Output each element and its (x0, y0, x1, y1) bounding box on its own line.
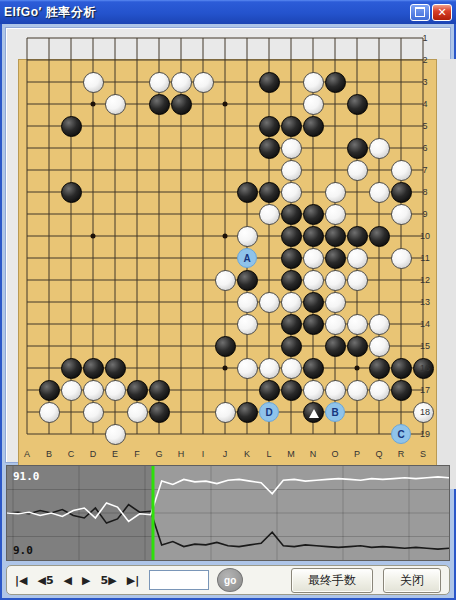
black-stone (149, 94, 170, 115)
row-label-14: 14 (417, 319, 433, 329)
restore-icon (415, 7, 425, 17)
final-moves-button[interactable]: 最终手数 (291, 568, 373, 593)
white-stone (237, 292, 258, 313)
white-stone (325, 270, 346, 291)
column-label-B: B (41, 449, 57, 459)
column-label-K: K (239, 449, 255, 459)
column-label-P: P (349, 449, 365, 459)
star-point (223, 366, 228, 371)
white-stone (303, 380, 324, 401)
column-label-N: N (305, 449, 321, 459)
column-label-G: G (151, 449, 167, 459)
close-dialog-button[interactable]: 关闭 (383, 568, 441, 593)
winrate-bottom-value: 9.0 (13, 544, 33, 557)
black-stone (325, 336, 346, 357)
black-stone (303, 204, 324, 225)
white-stone (391, 160, 412, 181)
row-label-1: 1 (417, 33, 433, 43)
close-button[interactable]: ✕ (432, 4, 452, 21)
black-stone (369, 358, 390, 379)
row-label-7: 7 (417, 165, 433, 175)
row-label-10: 10 (417, 231, 433, 241)
black-stone (281, 204, 302, 225)
black-stone (303, 116, 324, 137)
black-stone (281, 116, 302, 137)
winrate-graph[interactable]: 91.0 9.0 (6, 465, 450, 561)
winrate-curves (7, 466, 449, 560)
white-stone (193, 72, 214, 93)
column-label-C: C (63, 449, 79, 459)
white-stone (303, 94, 324, 115)
winrate-top-value: 91.0 (13, 470, 40, 483)
white-stone (281, 358, 302, 379)
black-stone (347, 226, 368, 247)
last-move-triangle-icon (309, 409, 319, 418)
row-label-19: 19 (417, 429, 433, 439)
black-stone (127, 380, 148, 401)
white-stone (281, 138, 302, 159)
black-stone (303, 402, 324, 423)
black-stone (61, 358, 82, 379)
black-stone (105, 358, 126, 379)
black-stone (149, 380, 170, 401)
black-stone (61, 182, 82, 203)
black-stone (325, 226, 346, 247)
black-stone (215, 336, 236, 357)
row-label-2: 2 (417, 55, 433, 65)
white-stone (105, 94, 126, 115)
black-stone (391, 380, 412, 401)
white-stone (303, 270, 324, 291)
column-label-S: S (415, 449, 431, 459)
black-stone (237, 402, 258, 423)
star-point (223, 234, 228, 239)
black-stone (149, 402, 170, 423)
black-stone (259, 116, 280, 137)
variation-marker-D[interactable]: D (259, 402, 279, 422)
move-number-input[interactable] (149, 570, 209, 590)
row-label-4: 4 (417, 99, 433, 109)
close-icon: ✕ (437, 6, 446, 19)
white-stone (391, 248, 412, 269)
black-stone (303, 226, 324, 247)
restore-button[interactable] (410, 4, 430, 21)
white-stone (369, 314, 390, 335)
black-stone (391, 358, 412, 379)
column-label-O: O (327, 449, 343, 459)
column-label-A: A (19, 449, 35, 459)
star-point (91, 102, 96, 107)
white-stone (83, 380, 104, 401)
white-stone (237, 314, 258, 335)
white-stone (281, 292, 302, 313)
window-title: ElfGo′ 胜率分析 (4, 4, 408, 21)
column-label-I: I (195, 449, 211, 459)
row-label-6: 6 (417, 143, 433, 153)
nav-fwd5-button[interactable]: 5▶ (101, 574, 117, 587)
column-label-J: J (217, 449, 233, 459)
black-stone (303, 358, 324, 379)
white-stone (215, 270, 236, 291)
white-stone (83, 402, 104, 423)
white-stone (325, 292, 346, 313)
variation-marker-A[interactable]: A (237, 248, 257, 268)
black-stone (325, 72, 346, 93)
row-label-5: 5 (417, 121, 433, 131)
row-label-12: 12 (417, 275, 433, 285)
white-stone (259, 358, 280, 379)
star-point (91, 234, 96, 239)
white-stone (237, 226, 258, 247)
variation-marker-B[interactable]: B (325, 402, 345, 422)
star-point (223, 102, 228, 107)
white-stone (347, 380, 368, 401)
row-label-3: 3 (417, 77, 433, 87)
black-stone (281, 248, 302, 269)
white-stone (171, 72, 192, 93)
white-stone (105, 380, 126, 401)
white-stone (281, 182, 302, 203)
nav-fwd1-button[interactable]: ▶ (82, 574, 90, 587)
column-label-H: H (173, 449, 189, 459)
white-stone (105, 424, 126, 445)
white-stone (347, 160, 368, 181)
row-label-8: 8 (417, 187, 433, 197)
black-stone (39, 380, 60, 401)
column-label-R: R (393, 449, 409, 459)
nav-last-button[interactable]: ▶| (127, 574, 139, 587)
black-stone (325, 248, 346, 269)
column-label-D: D (85, 449, 101, 459)
column-label-L: L (261, 449, 277, 459)
board-panel: ABCD ABCDEFGHIJKLMNOPQRS1234567891011121… (5, 27, 451, 463)
title-bar: ElfGo′ 胜率分析 ✕ (0, 0, 456, 24)
black-stone (347, 336, 368, 357)
black-stone (237, 182, 258, 203)
row-label-16: 16 (417, 363, 433, 373)
row-label-17: 17 (417, 385, 433, 395)
white-stone (281, 160, 302, 181)
column-label-F: F (129, 449, 145, 459)
black-stone (171, 94, 192, 115)
white-stone (369, 182, 390, 203)
row-label-9: 9 (417, 209, 433, 219)
row-label-18: 18 (417, 407, 433, 417)
white-stone (259, 292, 280, 313)
black-stone (303, 292, 324, 313)
black-stone (391, 182, 412, 203)
white-stone (39, 402, 60, 423)
black-stone (259, 380, 280, 401)
white-stone (325, 314, 346, 335)
black-stone (259, 182, 280, 203)
white-stone (391, 204, 412, 225)
white-stone (303, 248, 324, 269)
nav-back1-button[interactable]: ◀ (64, 574, 72, 587)
control-bar: |◀◀5◀▶5▶▶| go 最终手数 关闭 (6, 565, 450, 595)
black-stone (281, 226, 302, 247)
row-label-15: 15 (417, 341, 433, 351)
white-stone (325, 204, 346, 225)
column-label-Q: Q (371, 449, 387, 459)
black-stone (347, 138, 368, 159)
black-stone (281, 380, 302, 401)
variation-marker-C[interactable]: C (391, 424, 411, 444)
white-stone (325, 380, 346, 401)
white-stone (215, 402, 236, 423)
white-stone (369, 336, 390, 357)
black-stone (61, 116, 82, 137)
white-stone (127, 402, 148, 423)
black-stone (237, 270, 258, 291)
nav-back5-button[interactable]: ◀5 (37, 574, 53, 587)
black-stone (303, 314, 324, 335)
black-stone (83, 358, 104, 379)
row-label-11: 11 (417, 253, 433, 263)
white-stone (303, 72, 324, 93)
white-stone (369, 380, 390, 401)
white-stone (347, 314, 368, 335)
black-stone (259, 72, 280, 93)
go-button[interactable]: go (217, 568, 243, 592)
white-stone (83, 72, 104, 93)
white-stone (149, 72, 170, 93)
white-stone (237, 358, 258, 379)
white-stone (325, 182, 346, 203)
black-stone (281, 336, 302, 357)
white-stone (61, 380, 82, 401)
black-stone (369, 226, 390, 247)
white-stone (259, 204, 280, 225)
row-label-13: 13 (417, 297, 433, 307)
column-label-M: M (283, 449, 299, 459)
column-label-E: E (107, 449, 123, 459)
black-stone (347, 94, 368, 115)
white-stone (347, 248, 368, 269)
black-stone (259, 138, 280, 159)
black-stone (281, 314, 302, 335)
white-stone (369, 138, 390, 159)
black-stone (281, 270, 302, 291)
star-point (355, 366, 360, 371)
nav-first-button[interactable]: |◀ (15, 574, 27, 587)
white-stone (347, 270, 368, 291)
